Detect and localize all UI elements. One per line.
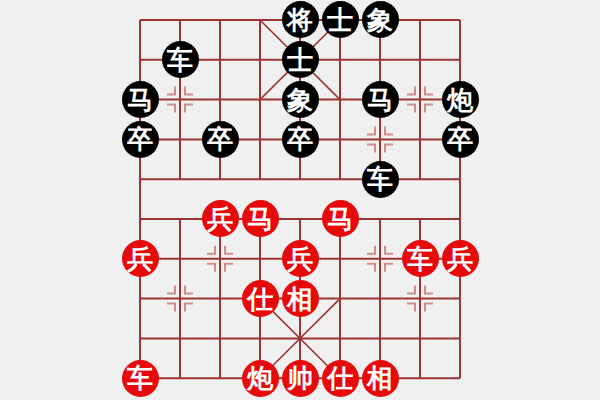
- board-point[interactable]: 仕: [240, 279, 280, 319]
- board-point[interactable]: 象: [360, 0, 400, 40]
- piece-black-soldier[interactable]: 卒: [202, 121, 239, 158]
- piece-black-elephant[interactable]: 象: [362, 1, 399, 38]
- board-point[interactable]: 兵: [280, 239, 320, 279]
- board-point[interactable]: 卒: [280, 119, 320, 159]
- board-point[interactable]: 相: [360, 358, 400, 398]
- board-point[interactable]: 相: [280, 279, 320, 319]
- piece-black-general[interactable]: 将: [282, 1, 319, 38]
- board-point[interactable]: 象: [280, 80, 320, 120]
- board-point[interactable]: 炮: [440, 80, 480, 120]
- xiangqi-screenshot: 将士象车士马象马炮卒卒卒卒车兵马马兵兵车兵仕相车炮帅仕相: [0, 0, 600, 400]
- piece-black-horse[interactable]: 马: [362, 81, 399, 118]
- board-point[interactable]: 马: [360, 80, 400, 120]
- piece-red-horse[interactable]: 马: [322, 200, 359, 237]
- piece-red-elephant[interactable]: 相: [282, 280, 319, 317]
- board-point[interactable]: 兵: [440, 239, 480, 279]
- board-point[interactable]: 马: [320, 199, 360, 239]
- piece-black-cannon[interactable]: 炮: [442, 81, 479, 118]
- board-point[interactable]: 马: [240, 199, 280, 239]
- piece-red-soldier[interactable]: 兵: [122, 240, 159, 277]
- xiangqi-board[interactable]: 将士象车士马象马炮卒卒卒卒车兵马马兵兵车兵仕相车炮帅仕相: [120, 0, 480, 398]
- piece-red-chariot[interactable]: 车: [402, 240, 439, 277]
- board-point[interactable]: 马: [120, 80, 160, 120]
- piece-red-general[interactable]: 帅: [282, 360, 319, 397]
- board-point[interactable]: 车: [400, 239, 440, 279]
- piece-black-elephant[interactable]: 象: [282, 81, 319, 118]
- piece-black-advisor[interactable]: 士: [322, 1, 359, 38]
- board-point[interactable]: 将: [280, 0, 320, 40]
- piece-red-elephant[interactable]: 相: [362, 360, 399, 397]
- piece-black-advisor[interactable]: 士: [282, 41, 319, 78]
- board-point[interactable]: 士: [280, 40, 320, 80]
- board-point[interactable]: 卒: [440, 119, 480, 159]
- piece-red-soldier[interactable]: 兵: [202, 200, 239, 237]
- board-point[interactable]: 帅: [280, 358, 320, 398]
- board-point[interactable]: 士: [320, 0, 360, 40]
- board-point[interactable]: 车: [360, 159, 400, 199]
- board-point[interactable]: 兵: [120, 239, 160, 279]
- piece-red-chariot[interactable]: 车: [122, 360, 159, 397]
- board-point[interactable]: 车: [160, 40, 200, 80]
- piece-red-horse[interactable]: 马: [242, 200, 279, 237]
- piece-black-soldier[interactable]: 卒: [122, 121, 159, 158]
- board-point[interactable]: 卒: [200, 119, 240, 159]
- board-point[interactable]: 卒: [120, 119, 160, 159]
- board-point[interactable]: 仕: [320, 358, 360, 398]
- piece-red-advisor[interactable]: 仕: [322, 360, 359, 397]
- piece-red-advisor[interactable]: 仕: [242, 280, 279, 317]
- piece-black-chariot[interactable]: 车: [362, 161, 399, 198]
- piece-black-soldier[interactable]: 卒: [282, 121, 319, 158]
- piece-black-soldier[interactable]: 卒: [442, 121, 479, 158]
- board-point[interactable]: 兵: [200, 199, 240, 239]
- piece-black-chariot[interactable]: 车: [162, 41, 199, 78]
- board-point[interactable]: 车: [120, 358, 160, 398]
- piece-red-soldier[interactable]: 兵: [282, 240, 319, 277]
- piece-red-soldier[interactable]: 兵: [442, 240, 479, 277]
- piece-red-cannon[interactable]: 炮: [242, 360, 279, 397]
- board-point[interactable]: 炮: [240, 358, 280, 398]
- piece-black-horse[interactable]: 马: [122, 81, 159, 118]
